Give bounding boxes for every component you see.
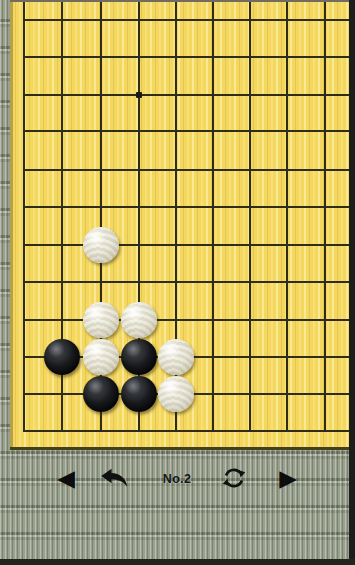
grid-line-col-8 bbox=[286, 0, 288, 432]
stone-white-C6[interactable] bbox=[83, 227, 119, 263]
stone-black-D2[interactable] bbox=[121, 376, 157, 412]
prev-button[interactable]: ◀ bbox=[57, 467, 75, 490]
grid-line-col-6 bbox=[212, 0, 214, 432]
stone-black-D3[interactable] bbox=[121, 339, 157, 375]
star-point-D10 bbox=[136, 92, 142, 98]
toolbar: ◀ No.2 ▶ bbox=[0, 453, 349, 509]
go-board[interactable] bbox=[10, 0, 350, 450]
grid-line-row-1 bbox=[24, 430, 350, 432]
refresh-button[interactable] bbox=[222, 466, 247, 491]
next-button[interactable]: ▶ bbox=[279, 467, 297, 490]
grid-line-row-12 bbox=[24, 19, 350, 21]
grid-line-col-1 bbox=[23, 0, 25, 432]
next-triangle-icon: ▶ bbox=[279, 467, 297, 490]
move-number-label: No.2 bbox=[163, 472, 191, 486]
stone-black-B3[interactable] bbox=[44, 339, 80, 375]
grid-line-row-11 bbox=[24, 56, 350, 58]
app-screen: ◀ No.2 ▶ bbox=[0, 0, 355, 565]
grid-line-col-7 bbox=[249, 0, 251, 432]
screen-right-border bbox=[349, 0, 355, 565]
grid-line-row-5 bbox=[24, 281, 350, 283]
grid-line-row-10 bbox=[24, 94, 350, 96]
stone-black-C2[interactable] bbox=[83, 376, 119, 412]
stone-white-E3[interactable] bbox=[158, 339, 194, 375]
screen-bottom-border bbox=[0, 559, 355, 565]
undo-arrow-icon bbox=[101, 469, 128, 488]
grid-line-row-8 bbox=[24, 169, 350, 171]
refresh-icon bbox=[222, 466, 247, 491]
board-bottom-edge bbox=[10, 447, 350, 450]
stone-white-C4[interactable] bbox=[83, 302, 119, 338]
grid-line-row-7 bbox=[24, 206, 350, 208]
stone-white-E2[interactable] bbox=[158, 376, 194, 412]
undo-button[interactable] bbox=[101, 469, 128, 488]
stone-white-D4[interactable] bbox=[121, 302, 157, 338]
grid-line-row-4 bbox=[24, 319, 350, 321]
grid-line-row-6 bbox=[24, 244, 350, 246]
stone-white-C3[interactable] bbox=[83, 339, 119, 375]
prev-triangle-icon: ◀ bbox=[57, 467, 75, 490]
grid-line-col-9 bbox=[324, 0, 326, 432]
board-left-edge bbox=[10, 0, 13, 450]
grid-line-row-9 bbox=[24, 130, 350, 132]
screen-top-border bbox=[10, 0, 349, 2]
